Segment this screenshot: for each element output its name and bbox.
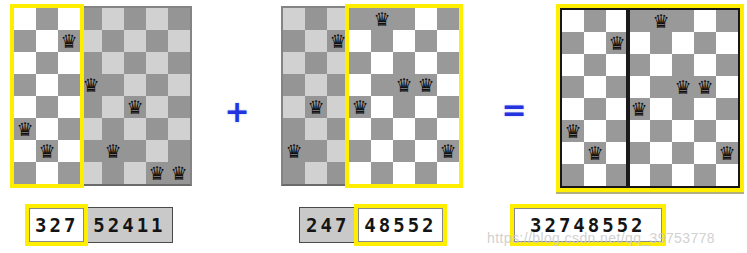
- board-cell: [415, 118, 437, 140]
- label-segment-highlighted: 32748552: [510, 204, 666, 246]
- board-cell: [584, 120, 606, 142]
- board-parent-1: ♛♛♛♛♛♛♛♛: [12, 6, 192, 186]
- board-cell: [694, 142, 716, 164]
- board-cell: [80, 118, 102, 140]
- board-cell: [58, 140, 80, 162]
- board-cell: [283, 162, 305, 184]
- board-cell: [327, 96, 349, 118]
- board-cell: [628, 164, 650, 186]
- board-cell: [36, 96, 58, 118]
- board-cell: [36, 52, 58, 74]
- board-cell: [58, 162, 80, 184]
- board-cell: [349, 74, 371, 96]
- board-cell: [437, 118, 459, 140]
- board-cell: [168, 8, 190, 30]
- board-cell: [58, 96, 80, 118]
- board-cell: [102, 96, 124, 118]
- board-cell: [606, 98, 628, 120]
- board-cell: [146, 140, 168, 162]
- queen-icon: ♛: [168, 162, 190, 184]
- board-cell: [393, 52, 415, 74]
- queen-icon: ♛: [393, 74, 415, 96]
- queen-icon: ♛: [58, 30, 80, 52]
- board-child: ♛♛♛♛♛♛♛♛: [560, 8, 740, 188]
- board-cell: [168, 96, 190, 118]
- queen-icon: ♛: [672, 76, 694, 98]
- board-cell: ♛: [415, 74, 437, 96]
- board-cell: [14, 30, 36, 52]
- board-cell: [628, 120, 650, 142]
- board-cell: [327, 162, 349, 184]
- queen-icon: ♛: [584, 142, 606, 164]
- board-cell: [628, 54, 650, 76]
- board-cell: [716, 10, 738, 32]
- board-cell: [327, 74, 349, 96]
- board-cell: [102, 8, 124, 30]
- board-cell: [437, 96, 459, 118]
- board-cell: ♛: [14, 118, 36, 140]
- board-cell: [437, 52, 459, 74]
- queen-icon: ♛: [36, 140, 58, 162]
- board-cell: [415, 52, 437, 74]
- board-cell: [80, 96, 102, 118]
- board-cell: [584, 98, 606, 120]
- chess-board-parent-2: ♛♛♛♛♛♛♛♛: [281, 6, 461, 186]
- board-cell: [415, 96, 437, 118]
- board-cell: [146, 8, 168, 30]
- board-cell: [650, 76, 672, 98]
- board-cell: [36, 118, 58, 140]
- board-cell: [650, 164, 672, 186]
- equals-operator: =: [498, 94, 530, 126]
- board-cell: [694, 164, 716, 186]
- queen-icon: ♛: [14, 118, 36, 140]
- board-cell: [80, 140, 102, 162]
- board-cell: [562, 98, 584, 120]
- board-cell: [606, 142, 628, 164]
- board-cell: [650, 54, 672, 76]
- board-cell: ♛: [327, 30, 349, 52]
- crossover-divider: [626, 10, 630, 186]
- board-cell: [415, 8, 437, 30]
- board-cell: [305, 162, 327, 184]
- board-cell: [694, 10, 716, 32]
- board-cell: [672, 142, 694, 164]
- chess-board-child: ♛♛♛♛♛♛♛♛: [560, 8, 740, 188]
- board-cell: ♛: [283, 140, 305, 162]
- board-cell: [628, 10, 650, 32]
- chromosome-label-parent-1: 32752411: [25, 204, 173, 246]
- board-cell: [102, 74, 124, 96]
- board-cell: [694, 98, 716, 120]
- board-cell: ♛: [305, 96, 327, 118]
- queen-icon: ♛: [102, 140, 124, 162]
- chromosome-label-child: 32748552: [510, 204, 666, 246]
- board-cell: [124, 52, 146, 74]
- board-cell: ♛: [58, 30, 80, 52]
- board-cell: [393, 30, 415, 52]
- board-cell: [371, 96, 393, 118]
- board-cell: ♛: [168, 162, 190, 184]
- board-cell: [562, 164, 584, 186]
- queen-icon: ♛: [650, 10, 672, 32]
- board-cell: [672, 54, 694, 76]
- board-cell: [14, 162, 36, 184]
- board-cell: [650, 142, 672, 164]
- board-cell: [716, 54, 738, 76]
- board-cell: [415, 162, 437, 184]
- queen-icon: ♛: [628, 98, 650, 120]
- board-cell: [80, 8, 102, 30]
- board-cell: [14, 74, 36, 96]
- board-shadow: [556, 192, 744, 194]
- queen-icon: ♛: [124, 96, 146, 118]
- board-cell: [14, 8, 36, 30]
- board-cell: [58, 74, 80, 96]
- board-cell: ♛: [628, 98, 650, 120]
- board-cell: [305, 30, 327, 52]
- board-cell: [14, 140, 36, 162]
- board-cell: [415, 30, 437, 52]
- board-cell: [349, 30, 371, 52]
- queen-icon: ♛: [283, 140, 305, 162]
- board-cell: ♛: [562, 120, 584, 142]
- queen-icon: ♛: [606, 32, 628, 54]
- board-cell: [694, 54, 716, 76]
- board-cell: [393, 8, 415, 30]
- chromosome-label-parent-2: 24748552: [299, 204, 447, 246]
- board-cell: ♛: [393, 74, 415, 96]
- board-cell: [584, 32, 606, 54]
- board-cell: [146, 30, 168, 52]
- board-cell: [283, 74, 305, 96]
- board-cell: ♛: [124, 96, 146, 118]
- label-segment-plain: 247: [299, 207, 356, 243]
- board-cell: [305, 8, 327, 30]
- board-cell: [102, 52, 124, 74]
- queen-icon: ♛: [327, 30, 349, 52]
- board-cell: [716, 164, 738, 186]
- board-cell: [562, 76, 584, 98]
- board-cell: [102, 162, 124, 184]
- board-cell: [628, 76, 650, 98]
- board-parent-2: ♛♛♛♛♛♛♛♛: [281, 6, 461, 186]
- board-cell: [393, 118, 415, 140]
- board-cell: [305, 52, 327, 74]
- board-cell: ♛: [672, 76, 694, 98]
- board-cell: [124, 30, 146, 52]
- board-cell: [371, 140, 393, 162]
- board-cell: [371, 162, 393, 184]
- board-cell: [606, 120, 628, 142]
- board-cell: [716, 120, 738, 142]
- board-cell: [393, 162, 415, 184]
- board-cell: [584, 10, 606, 32]
- board-cell: [437, 162, 459, 184]
- board-cell: [102, 118, 124, 140]
- board-cell: [650, 98, 672, 120]
- board-cell: ♛: [650, 10, 672, 32]
- board-cell: [415, 140, 437, 162]
- board-cell: [672, 10, 694, 32]
- board-cell: [694, 32, 716, 54]
- board-cell: [327, 140, 349, 162]
- queen-icon: ♛: [80, 74, 102, 96]
- board-cell: [349, 8, 371, 30]
- queen-icon: ♛: [415, 74, 437, 96]
- board-cell: [146, 118, 168, 140]
- board-cell: [58, 118, 80, 140]
- board-cell: ♛: [80, 74, 102, 96]
- plus-operator: +: [221, 96, 253, 128]
- board-cell: [606, 54, 628, 76]
- board-cell: [124, 140, 146, 162]
- board-cell: [58, 8, 80, 30]
- board-cell: [371, 52, 393, 74]
- queen-icon: ♛: [562, 120, 584, 142]
- queen-icon: ♛: [371, 8, 393, 30]
- board-cell: [650, 120, 672, 142]
- label-segment-highlighted: 48552: [354, 204, 446, 246]
- board-cell: ♛: [102, 140, 124, 162]
- board-cell: [124, 74, 146, 96]
- board-cell: [283, 118, 305, 140]
- board-cell: [437, 74, 459, 96]
- board-cell: ♛: [606, 32, 628, 54]
- board-cell: [327, 8, 349, 30]
- board-cell: [606, 10, 628, 32]
- board-cell: [716, 32, 738, 54]
- board-cell: [562, 10, 584, 32]
- board-cell: ♛: [716, 142, 738, 164]
- board-cell: [327, 118, 349, 140]
- board-cell: [371, 118, 393, 140]
- board-cell: [349, 118, 371, 140]
- board-cell: [716, 76, 738, 98]
- board-cell: ♛: [146, 162, 168, 184]
- board-cell: [562, 32, 584, 54]
- board-cell: [437, 30, 459, 52]
- board-cell: [80, 30, 102, 52]
- board-cell: [694, 120, 716, 142]
- board-cell: [606, 164, 628, 186]
- board-cell: [349, 52, 371, 74]
- board-cell: [124, 8, 146, 30]
- board-cell: [146, 96, 168, 118]
- board-cell: [283, 8, 305, 30]
- board-cell: ♛: [584, 142, 606, 164]
- queen-icon: ♛: [305, 96, 327, 118]
- board-cell: [437, 8, 459, 30]
- board-cell: [14, 96, 36, 118]
- board-cell: [305, 118, 327, 140]
- board-cell: [650, 32, 672, 54]
- queen-icon: ♛: [694, 76, 716, 98]
- queen-icon: ♛: [716, 142, 738, 164]
- board-cell: [393, 140, 415, 162]
- board-cell: ♛: [349, 96, 371, 118]
- board-cell: [102, 30, 124, 52]
- board-cell: [58, 52, 80, 74]
- label-segment-plain: 52411: [86, 207, 172, 243]
- crossover-figure: ♛♛♛♛♛♛♛♛ + ♛♛♛♛♛♛♛♛ = ♛♛♛♛♛♛♛♛ 32752411 …: [0, 0, 747, 253]
- board-cell: ♛: [437, 140, 459, 162]
- board-cell: [628, 142, 650, 164]
- board-cell: [327, 52, 349, 74]
- board-cell: [672, 120, 694, 142]
- board-cell: [36, 74, 58, 96]
- label-segment-highlighted: 327: [25, 204, 88, 246]
- board-cell: [672, 32, 694, 54]
- board-cell: ♛: [36, 140, 58, 162]
- board-cell: [716, 98, 738, 120]
- board-cell: [283, 96, 305, 118]
- board-cell: [168, 140, 190, 162]
- board-cell: [584, 164, 606, 186]
- board-cell: [371, 30, 393, 52]
- board-cell: [168, 118, 190, 140]
- board-cell: [80, 52, 102, 74]
- board-cell: [168, 74, 190, 96]
- board-cell: [146, 74, 168, 96]
- board-cell: [305, 140, 327, 162]
- board-cell: [283, 30, 305, 52]
- board-cell: [146, 52, 168, 74]
- board-cell: [305, 74, 327, 96]
- queen-icon: ♛: [349, 96, 371, 118]
- board-cell: [584, 76, 606, 98]
- board-cell: ♛: [371, 8, 393, 30]
- board-cell: [168, 30, 190, 52]
- queen-icon: ♛: [437, 140, 459, 162]
- board-cell: [606, 76, 628, 98]
- board-cell: [584, 54, 606, 76]
- board-cell: [124, 162, 146, 184]
- board-cell: [349, 162, 371, 184]
- board-cell: [36, 162, 58, 184]
- chess-board-parent-1: ♛♛♛♛♛♛♛♛: [12, 6, 192, 186]
- board-cell: [562, 142, 584, 164]
- board-cell: [80, 162, 102, 184]
- board-cell: [36, 30, 58, 52]
- board-cell: [36, 8, 58, 30]
- board-cell: [168, 52, 190, 74]
- board-cell: [124, 118, 146, 140]
- board-cell: [672, 164, 694, 186]
- board-cell: [562, 54, 584, 76]
- board-cell: [14, 52, 36, 74]
- board-cell: [628, 32, 650, 54]
- queen-icon: ♛: [146, 162, 168, 184]
- board-cell: [393, 96, 415, 118]
- board-cell: [283, 52, 305, 74]
- board-cell: [672, 98, 694, 120]
- board-cell: [371, 74, 393, 96]
- board-cell: [349, 140, 371, 162]
- board-cell: ♛: [694, 76, 716, 98]
